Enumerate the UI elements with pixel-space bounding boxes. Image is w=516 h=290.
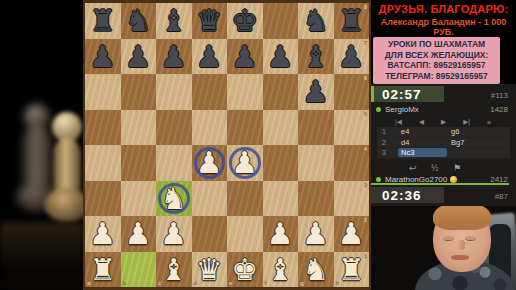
coord-file-e: e (229, 280, 232, 286)
donation-title: ДРУЗЬЯ. БЛАГОДАРЮ: (371, 3, 516, 15)
square-h6[interactable]: 6 (334, 74, 370, 110)
square-b5[interactable] (121, 110, 157, 146)
square-b1[interactable]: b (121, 252, 157, 288)
white-move-3[interactable]: Nc3 (398, 148, 447, 157)
move-row-3: 3Nc3 (377, 148, 510, 159)
move-list: 1e4g62d4Bg73Nc3 (377, 127, 510, 159)
draw-offer-icon[interactable]: ½ (431, 163, 439, 173)
square-g4[interactable] (298, 145, 334, 181)
coord-rank-8: 8 (364, 4, 367, 10)
piece-white-f1[interactable]: ♝ (263, 252, 299, 288)
square-b6[interactable] (121, 74, 157, 110)
square-c3[interactable]: ♞ (156, 181, 192, 217)
bottom-game-number: #87 (495, 192, 508, 201)
coord-file-h: h (336, 280, 340, 286)
square-f1[interactable]: ♝f (263, 252, 299, 288)
square-e1[interactable]: ♚e (227, 252, 263, 288)
bottom-clock-time: 02:36 (382, 188, 422, 203)
donor-line1: Александр Баландин - 1 000 (371, 17, 516, 27)
piece-white-d4[interactable]: ♟ (192, 145, 228, 181)
square-h8[interactable]: ♜8 (334, 3, 370, 39)
coord-file-a: a (87, 280, 90, 286)
square-d1[interactable]: ♛d (192, 252, 228, 288)
square-c1[interactable]: ♝c (156, 252, 192, 288)
bottom-player-clock: 02:36 (371, 187, 444, 203)
square-b3[interactable] (121, 181, 157, 217)
piece-black-g6[interactable]: ♟ (298, 74, 334, 110)
black-move-2[interactable]: Bg7 (451, 138, 510, 147)
top-player-name[interactable]: SergioMx (385, 105, 419, 114)
square-e2[interactable] (227, 216, 263, 252)
square-d4[interactable]: ♟ (192, 145, 228, 181)
square-g8[interactable]: ♞ (298, 3, 334, 39)
square-a5[interactable] (85, 110, 121, 146)
square-d8[interactable]: ♛ (192, 3, 228, 39)
square-f5[interactable] (263, 110, 299, 146)
active-turn-bar (371, 183, 509, 186)
square-f3[interactable] (263, 181, 299, 217)
square-f8[interactable] (263, 3, 299, 39)
square-g7[interactable]: ♝ (298, 39, 334, 75)
piece-black-b7[interactable]: ♟ (121, 39, 157, 75)
streamer-nose (457, 240, 465, 250)
square-f6[interactable] (263, 74, 299, 110)
square-c2[interactable]: ♟ (156, 216, 192, 252)
square-d6[interactable] (192, 74, 228, 110)
square-e5[interactable] (227, 110, 263, 146)
top-player-rating: 1428 (490, 105, 508, 114)
square-d3[interactable] (192, 181, 228, 217)
square-a8[interactable]: ♜ (85, 3, 121, 39)
donor-line2: РУБ. (371, 27, 516, 37)
online-dot (376, 177, 381, 182)
square-a3[interactable] (85, 181, 121, 217)
piece-white-c2[interactable]: ♟ (156, 216, 192, 252)
move-number: 2 (377, 139, 398, 146)
square-d5[interactable] (192, 110, 228, 146)
go-end-icon[interactable]: ▶| (463, 118, 470, 126)
square-c6[interactable] (156, 74, 192, 110)
coord-rank-4: 4 (364, 146, 367, 152)
piece-black-e8[interactable]: ♚ (227, 3, 263, 39)
top-clock-time: 02:57 (382, 87, 422, 102)
coord-file-f: f (265, 280, 267, 286)
webcam-view (371, 206, 516, 290)
resign-icon[interactable]: ⚑ (453, 163, 461, 173)
piece-black-d7[interactable]: ♟ (192, 39, 228, 75)
promo-line-2: ДЛЯ ВСЕХ ЖЕЛАЮЩИХ: (373, 50, 500, 61)
move-number: 1 (377, 128, 398, 135)
donor-text: Александр Баландин - 1 000 РУБ. (371, 17, 516, 37)
square-c7[interactable]: ♟ (156, 39, 192, 75)
piece-black-a8[interactable]: ♜ (85, 3, 121, 39)
coord-file-d: d (194, 280, 198, 286)
square-a7[interactable]: ♟ (85, 39, 121, 75)
square-g1[interactable]: ♞g (298, 252, 334, 288)
top-game-number: #113 (491, 91, 508, 100)
right-panel: ДРУЗЬЯ. БЛАГОДАРЮ: Александр Баландин - … (371, 0, 516, 290)
streamer-eye-right (465, 236, 476, 241)
black-move-1[interactable]: g6 (451, 127, 510, 136)
square-g6[interactable]: ♟ (298, 74, 334, 110)
piece-black-b8[interactable]: ♞ (121, 3, 157, 39)
blurred-table-surface (0, 222, 84, 290)
piece-black-e7[interactable]: ♟ (227, 39, 263, 75)
piece-black-c7[interactable]: ♟ (156, 39, 192, 75)
top-player-row: SergioMx 1428 (371, 104, 516, 114)
piece-black-f7[interactable]: ♟ (263, 39, 299, 75)
step-back-icon[interactable]: ◀ (419, 118, 424, 126)
piece-black-a7[interactable]: ♟ (85, 39, 121, 75)
move-row-2: 2d4Bg7 (377, 138, 510, 149)
go-start-icon[interactable]: |◀ (395, 118, 402, 126)
square-h3[interactable]: 3 (334, 181, 370, 217)
coord-rank-1: 1 (364, 253, 367, 259)
piece-black-g8[interactable]: ♞ (298, 3, 334, 39)
square-b4[interactable] (121, 145, 157, 181)
coord-file-c: c (158, 280, 161, 286)
white-move-1[interactable]: e4 (398, 127, 451, 136)
square-e8[interactable]: ♚ (227, 3, 263, 39)
square-e3[interactable] (227, 181, 263, 217)
promo-line-1: УРОКИ ПО ШАХМАТАМ (373, 39, 500, 50)
moves-menu-icon[interactable]: ≡ (487, 119, 491, 126)
coord-rank-6: 6 (364, 75, 367, 81)
square-a2[interactable]: ♟ (85, 216, 121, 252)
stream-screen: ♜♞♝♛♚♞♜8♟♟♟♟♟♟♝♟7♟65♟♟4♞3♟♟♟♟♟♟2♜ab♝c♛d♚… (0, 0, 516, 290)
square-a1[interactable]: ♜a (85, 252, 121, 288)
piece-black-g7[interactable]: ♝ (298, 39, 334, 75)
coord-rank-7: 7 (364, 40, 367, 46)
streamer-eye-left (443, 236, 454, 241)
board[interactable]: ♜♞♝♛♚♞♜8♟♟♟♟♟♟♝♟7♟65♟♟4♞3♟♟♟♟♟♟2♜ab♝c♛d♚… (85, 3, 369, 287)
piece-white-c3[interactable]: ♞ (156, 181, 192, 217)
piece-black-c8[interactable]: ♝ (156, 3, 192, 39)
top-player-clock: 02:57 (371, 86, 444, 102)
piece-black-d8[interactable]: ♛ (192, 3, 228, 39)
piece-white-e4[interactable]: ♟ (227, 145, 263, 181)
square-g2[interactable]: ♟ (298, 216, 334, 252)
square-h5[interactable]: 5 (334, 110, 370, 146)
move-nav: |◀◀▶▶|≡ (395, 117, 491, 127)
coord-rank-2: 2 (364, 217, 367, 223)
online-dot (376, 107, 381, 112)
square-e6[interactable] (227, 74, 263, 110)
move-row-1: 1e4g6 (377, 127, 510, 138)
square-h2[interactable]: ♟2 (334, 216, 370, 252)
step-forward-icon[interactable]: ▶ (441, 118, 446, 126)
promo-line-3: ВАТСАПП: 89529165957 (373, 60, 500, 71)
square-f4[interactable] (263, 145, 299, 181)
square-g5[interactable] (298, 110, 334, 146)
square-c8[interactable]: ♝ (156, 3, 192, 39)
coord-file-b: b (123, 280, 127, 286)
square-d7[interactable]: ♟ (192, 39, 228, 75)
board-frame: ♜♞♝♛♚♞♜8♟♟♟♟♟♟♝♟7♟65♟♟4♞3♟♟♟♟♟♟2♜ab♝c♛d♚… (83, 0, 371, 290)
move-number: 3 (377, 149, 398, 156)
square-c5[interactable] (156, 110, 192, 146)
square-g3[interactable] (298, 181, 334, 217)
square-h4[interactable]: 4 (334, 145, 370, 181)
streamer-hair (433, 206, 491, 230)
square-h7[interactable]: ♟7 (334, 39, 370, 75)
coord-rank-5: 5 (364, 111, 367, 117)
streamer-mouth (451, 255, 469, 260)
square-d2[interactable] (192, 216, 228, 252)
square-h1[interactable]: ♜h1 (334, 252, 370, 288)
blurred-pieces-backdrop (0, 0, 84, 290)
promo-box: УРОКИ ПО ШАХМАТАМДЛЯ ВСЕХ ЖЕЛАЮЩИХ:ВАТСА… (373, 37, 500, 84)
square-e4[interactable]: ♟ (227, 145, 263, 181)
square-e7[interactable]: ♟ (227, 39, 263, 75)
square-b2[interactable]: ♟ (121, 216, 157, 252)
coord-file-g: g (300, 280, 304, 286)
square-c4[interactable] (156, 145, 192, 181)
promo-line-4: ТЕЛЕГРАМ: 89529165957 (373, 71, 500, 82)
square-a6[interactable] (85, 74, 121, 110)
takeback-icon[interactable]: ↩ (409, 163, 417, 173)
piece-white-f2[interactable]: ♟ (263, 216, 299, 252)
square-b7[interactable]: ♟ (121, 39, 157, 75)
gold-badge-icon (450, 176, 457, 183)
piece-white-g2[interactable]: ♟ (298, 216, 334, 252)
square-f2[interactable]: ♟ (263, 216, 299, 252)
piece-white-b2[interactable]: ♟ (121, 216, 157, 252)
square-f7[interactable]: ♟ (263, 39, 299, 75)
coord-rank-3: 3 (364, 182, 367, 188)
white-move-2[interactable]: d4 (398, 138, 451, 147)
square-b8[interactable]: ♞ (121, 3, 157, 39)
square-a4[interactable] (85, 145, 121, 181)
game-actions: ↩½⚑ (409, 161, 461, 174)
piece-white-a2[interactable]: ♟ (85, 216, 121, 252)
